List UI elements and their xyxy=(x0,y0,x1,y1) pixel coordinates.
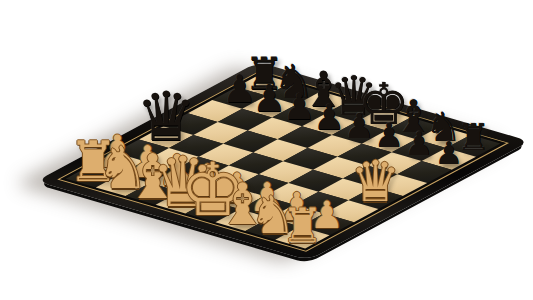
chess-set-photo: ♜♞♝♛♚♝♞♜♟♟♟♟♟♟♟♟♛♛♟♟♟♟♟♟♟♟♜♞♝♛♚♝♞♜ xyxy=(0,0,533,300)
piece-black-pawn-c7[interactable]: ♟ xyxy=(283,89,315,125)
piece-black-pawn-g7[interactable]: ♟ xyxy=(404,128,433,160)
piece-black-pawn-e7[interactable]: ♟ xyxy=(344,109,375,143)
piece-black-pawn-b7[interactable]: ♟ xyxy=(253,80,286,117)
piece-black-pawn-a7[interactable]: ♟ xyxy=(222,70,256,108)
piece-white-rook-h1[interactable]: ♜ xyxy=(281,202,324,249)
pieces-layer: ♜♞♝♛♚♝♞♜♟♟♟♟♟♟♟♟♛♛♟♟♟♟♟♟♟♟♜♞♝♛♚♝♞♜ xyxy=(0,0,533,300)
piece-black-pawn-h7[interactable]: ♟ xyxy=(435,137,463,168)
piece-black-pawn-d7[interactable]: ♟ xyxy=(313,99,345,134)
piece-black-pawn-f7[interactable]: ♟ xyxy=(374,118,404,151)
piece-white-queen-h4[interactable]: ♛ xyxy=(350,155,401,211)
